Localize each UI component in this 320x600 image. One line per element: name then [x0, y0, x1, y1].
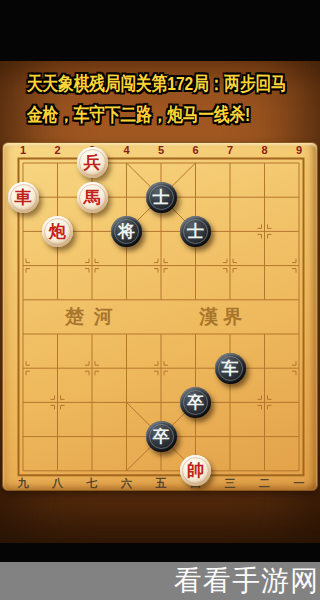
piece-red-rook[interactable]: 車: [8, 182, 39, 213]
app-screen: 天天象棋残局闯关第172局：两步回马 金枪，车守下二路，炮马一线杀! 12345…: [0, 0, 320, 600]
piece-red-cannon[interactable]: 炮: [42, 216, 73, 247]
piece-black-rook[interactable]: 车: [215, 353, 246, 384]
watermark-bar: 看看手游网: [0, 562, 320, 600]
piece-glyph: 将: [118, 220, 135, 243]
piece-glyph: 馬: [84, 186, 101, 209]
xiangqi-board[interactable]: 123456789 九八七六五四三二一 楚河 漢界 兵車馬士炮将士车卒卒帥: [2, 142, 318, 491]
piece-glyph: 车: [222, 357, 239, 380]
piece-black-pawn[interactable]: 卒: [180, 387, 211, 418]
piece-glyph: 炮: [49, 220, 66, 243]
piece-red-general[interactable]: 帥: [180, 455, 211, 486]
piece-glyph: 帥: [187, 459, 204, 482]
puzzle-title: 天天象棋残局闯关第172局：两步回马 金枪，车守下二路，炮马一线杀!: [27, 68, 298, 130]
puzzle-title-line-2: 金枪，车守下二路，炮马一线杀!: [27, 99, 298, 130]
piece-black-general[interactable]: 将: [111, 216, 142, 247]
piece-red-horse[interactable]: 馬: [77, 182, 108, 213]
piece-glyph: 士: [153, 186, 170, 209]
game-stage: 天天象棋残局闯关第172局：两步回马 金枪，车守下二路，炮马一线杀! 12345…: [0, 61, 320, 543]
piece-black-pawn[interactable]: 卒: [146, 421, 177, 452]
piece-glyph: 卒: [187, 391, 204, 414]
board-grid[interactable]: 兵車馬士炮将士车卒卒帥: [6, 146, 317, 488]
piece-glyph: 兵: [84, 151, 101, 174]
watermark-text: 看看手游网: [174, 562, 320, 600]
piece-black-advisor[interactable]: 士: [146, 182, 177, 213]
piece-red-pawn[interactable]: 兵: [77, 147, 108, 178]
piece-glyph: 士: [187, 220, 204, 243]
piece-glyph: 卒: [153, 425, 170, 448]
puzzle-title-line-1: 天天象棋残局闯关第172局：两步回马: [27, 68, 298, 99]
piece-black-advisor[interactable]: 士: [180, 216, 211, 247]
piece-glyph: 車: [15, 186, 32, 209]
top-letterbox: [0, 0, 320, 61]
bottom-letterbox: [0, 543, 320, 562]
